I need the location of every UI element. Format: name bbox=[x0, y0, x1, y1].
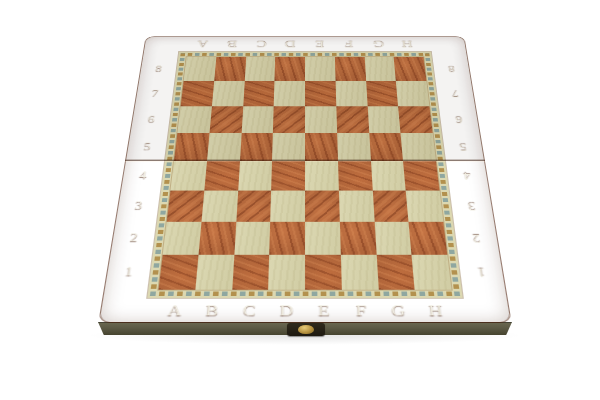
square-d8 bbox=[275, 57, 305, 81]
square-a1 bbox=[158, 255, 198, 290]
label-d-top: D bbox=[276, 38, 305, 49]
square-f6 bbox=[336, 106, 369, 133]
square-a5 bbox=[174, 133, 209, 161]
square-e6 bbox=[305, 106, 337, 133]
square-d5 bbox=[272, 133, 305, 161]
square-e5 bbox=[305, 133, 338, 161]
square-f4 bbox=[338, 161, 373, 191]
label-c-top: C bbox=[246, 38, 276, 49]
clasp-knob-icon bbox=[298, 325, 314, 334]
board-frame: ABCDEFGH ABCDEFGH 87654321 87654321 bbox=[98, 36, 512, 323]
label-3-right: 3 bbox=[449, 191, 495, 222]
label-1-left: 1 bbox=[104, 255, 153, 290]
label-h-top: H bbox=[392, 38, 422, 49]
square-f8 bbox=[335, 57, 366, 81]
label-8-left: 8 bbox=[138, 57, 178, 81]
square-d2 bbox=[269, 222, 305, 255]
square-h3 bbox=[406, 191, 443, 222]
square-h1 bbox=[412, 255, 452, 290]
square-f2 bbox=[340, 222, 377, 255]
square-e3 bbox=[305, 191, 340, 222]
square-g6 bbox=[367, 106, 401, 133]
label-c-bottom: C bbox=[230, 301, 268, 320]
square-g8 bbox=[364, 57, 396, 81]
label-g-top: G bbox=[363, 38, 393, 49]
square-d6 bbox=[273, 106, 305, 133]
square-b4 bbox=[204, 161, 239, 191]
square-e4 bbox=[305, 161, 339, 191]
label-b-bottom: B bbox=[192, 301, 231, 320]
file-labels-bottom: ABCDEFGH bbox=[154, 298, 455, 323]
label-7-right: 7 bbox=[435, 81, 476, 106]
square-d1 bbox=[268, 255, 305, 290]
label-5-left: 5 bbox=[125, 133, 169, 161]
square-a2 bbox=[163, 222, 202, 255]
square-e8 bbox=[305, 57, 335, 81]
square-h8 bbox=[394, 57, 427, 81]
label-4-right: 4 bbox=[445, 161, 490, 191]
square-f1 bbox=[341, 255, 379, 290]
label-a-top: A bbox=[187, 38, 217, 49]
label-2-left: 2 bbox=[109, 222, 157, 255]
fold-seam bbox=[125, 160, 485, 163]
square-f5 bbox=[337, 133, 371, 161]
label-8-right: 8 bbox=[432, 57, 472, 81]
label-4-left: 4 bbox=[120, 161, 165, 191]
square-h2 bbox=[409, 222, 448, 255]
square-h6 bbox=[398, 106, 432, 133]
inlay-border-top bbox=[180, 53, 429, 56]
label-5-right: 5 bbox=[441, 133, 485, 161]
square-g4 bbox=[371, 161, 406, 191]
square-b5 bbox=[207, 133, 241, 161]
square-g3 bbox=[372, 191, 408, 222]
square-b3 bbox=[201, 191, 237, 222]
square-b8 bbox=[214, 57, 246, 81]
label-a-bottom: A bbox=[155, 301, 194, 320]
squares-grid bbox=[158, 57, 451, 290]
square-a7 bbox=[181, 81, 214, 106]
square-h7 bbox=[396, 81, 429, 106]
product-photo: ABCDEFGH ABCDEFGH 87654321 87654321 bbox=[0, 0, 600, 400]
square-c6 bbox=[241, 106, 274, 133]
square-f3 bbox=[339, 191, 375, 222]
square-f7 bbox=[335, 81, 367, 106]
square-g2 bbox=[374, 222, 412, 255]
square-e7 bbox=[305, 81, 336, 106]
square-c1 bbox=[232, 255, 270, 290]
label-1-right: 1 bbox=[457, 255, 506, 290]
square-b7 bbox=[212, 81, 245, 106]
label-g-bottom: G bbox=[379, 301, 418, 320]
square-h4 bbox=[403, 161, 439, 191]
square-e2 bbox=[305, 222, 341, 255]
square-c2 bbox=[234, 222, 271, 255]
square-a6 bbox=[177, 106, 211, 133]
label-b-top: B bbox=[217, 38, 247, 49]
square-g5 bbox=[369, 133, 403, 161]
label-f-bottom: F bbox=[342, 301, 380, 320]
square-a4 bbox=[170, 161, 206, 191]
square-h5 bbox=[401, 133, 436, 161]
label-2-right: 2 bbox=[453, 222, 501, 255]
label-7-left: 7 bbox=[134, 81, 175, 106]
square-a8 bbox=[184, 57, 217, 81]
square-d4 bbox=[271, 161, 305, 191]
square-d3 bbox=[270, 191, 305, 222]
square-e1 bbox=[305, 255, 342, 290]
label-e-top: E bbox=[305, 38, 334, 49]
square-c4 bbox=[238, 161, 273, 191]
inlay-border-bottom bbox=[150, 292, 460, 297]
square-d7 bbox=[274, 81, 305, 106]
brass-clasp bbox=[287, 323, 325, 336]
label-e-bottom: E bbox=[305, 301, 343, 320]
square-c7 bbox=[243, 81, 275, 106]
square-g7 bbox=[366, 81, 399, 106]
label-d-bottom: D bbox=[267, 301, 305, 320]
chessboard: ABCDEFGH ABCDEFGH 87654321 87654321 bbox=[98, 36, 512, 323]
label-3-left: 3 bbox=[115, 191, 161, 222]
square-c3 bbox=[236, 191, 272, 222]
square-b2 bbox=[198, 222, 236, 255]
label-h-bottom: H bbox=[416, 301, 455, 320]
label-f-top: F bbox=[334, 38, 364, 49]
square-c8 bbox=[244, 57, 275, 81]
square-b6 bbox=[209, 106, 243, 133]
square-c5 bbox=[240, 133, 274, 161]
square-g1 bbox=[376, 255, 415, 290]
label-6-right: 6 bbox=[438, 106, 480, 133]
playing-area bbox=[147, 52, 462, 298]
label-6-left: 6 bbox=[130, 106, 172, 133]
file-labels-top: ABCDEFGH bbox=[187, 36, 423, 51]
square-b1 bbox=[195, 255, 234, 290]
square-a3 bbox=[167, 191, 204, 222]
